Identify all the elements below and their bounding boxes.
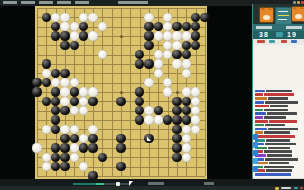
black-stone [88, 134, 97, 143]
game-record-area [253, 45, 304, 89]
chat-message [253, 173, 304, 177]
black-stone [144, 22, 153, 31]
white-stone [182, 125, 191, 134]
star-point [176, 91, 179, 94]
white-stone [163, 22, 172, 31]
black-player-avatar[interactable] [259, 7, 274, 23]
black-stone [60, 153, 69, 162]
black-stone [135, 97, 144, 106]
center-badge [276, 32, 283, 37]
black-stone [144, 59, 153, 68]
black-stone [79, 143, 88, 152]
black-stone [172, 115, 181, 124]
chat-text-segment [264, 109, 288, 112]
white-stone [88, 13, 97, 22]
black-stone [191, 41, 200, 50]
white-stone [51, 78, 60, 87]
chat-text-segment [270, 105, 288, 108]
black-stone [88, 143, 97, 152]
game-status-box [275, 7, 292, 25]
chat-tool-icons[interactable] [253, 134, 259, 176]
white-stone [79, 13, 88, 22]
black-stone [32, 87, 41, 96]
chat-text-segment [255, 120, 268, 123]
black-stone [51, 143, 60, 152]
white-stone [163, 78, 172, 87]
fox-ear-icon [300, 6, 304, 9]
black-stone [51, 106, 60, 115]
white-stone [60, 78, 69, 87]
black-stone [135, 115, 144, 124]
black-stone [51, 31, 60, 40]
white-stone [182, 143, 191, 152]
white-stone [163, 41, 172, 50]
white-stone [70, 31, 79, 40]
black-stone [116, 162, 125, 171]
taskbar-icon[interactable] [281, 187, 291, 189]
white-stone [60, 125, 69, 134]
chat-text-segment [266, 139, 290, 142]
black-score-value: 38 [259, 31, 269, 38]
white-stone [182, 134, 191, 143]
black-stone [172, 50, 181, 59]
white-stone [191, 125, 200, 134]
status-text [204, 182, 214, 185]
white-stone [98, 22, 107, 31]
black-stone [51, 97, 60, 106]
black-stone [51, 69, 60, 78]
white-stone [60, 13, 69, 22]
panel-tag-button[interactable] [269, 40, 275, 43]
chat-text-segment [268, 97, 288, 100]
black-stone [70, 134, 79, 143]
chat-text-segment [255, 135, 295, 138]
white-player-avatar[interactable] [291, 6, 304, 22]
chat-text-segment [255, 173, 291, 176]
white-stone [144, 78, 153, 87]
status-line [278, 11, 288, 12]
chat-text-segment [264, 116, 286, 119]
white-stone [182, 59, 191, 68]
black-stone [154, 22, 163, 31]
black-stone [172, 97, 181, 106]
menu-item[interactable] [75, 1, 89, 4]
white-stone [172, 41, 181, 50]
chat-text-segment [265, 158, 298, 161]
white-stone [172, 31, 181, 40]
black-stone [70, 41, 79, 50]
star-point [120, 91, 123, 94]
white-stone [70, 143, 79, 152]
white-stone [42, 162, 51, 171]
chat-text-segment [255, 105, 269, 108]
chat-text-segment [255, 97, 267, 100]
menu-item[interactable] [57, 1, 71, 4]
black-stone [51, 153, 60, 162]
white-stone [172, 59, 181, 68]
game-info-panel: 38 19 [252, 4, 304, 185]
black-stone [182, 50, 191, 59]
black-stone [172, 22, 181, 31]
black-stone [42, 59, 51, 68]
white-stone [154, 69, 163, 78]
white-stone [182, 87, 191, 96]
black-stone [60, 143, 69, 152]
white-stone [79, 87, 88, 96]
taskbar-icon[interactable] [294, 187, 298, 189]
chat-text-segment [255, 116, 263, 119]
black-stone [172, 153, 181, 162]
black-stone [51, 87, 60, 96]
white-stone [182, 69, 191, 78]
black-stone [163, 115, 172, 124]
bottom-taskbar [0, 186, 304, 190]
white-stone [70, 153, 79, 162]
black-stone [200, 13, 209, 22]
black-stone [51, 162, 60, 171]
tool-icon[interactable] [253, 142, 258, 148]
menu-item[interactable] [21, 1, 35, 4]
black-stone [191, 13, 200, 22]
chat-message-list[interactable] [253, 89, 304, 178]
score-timer-bar: 38 19 [253, 31, 304, 39]
white-stone [144, 13, 153, 22]
tool-icon[interactable] [253, 166, 258, 172]
white-stone [70, 22, 79, 31]
fox-ear-icon [293, 6, 297, 9]
black-stone [116, 97, 125, 106]
white-stone [88, 125, 97, 134]
black-player-name [256, 26, 272, 29]
black-stone [42, 13, 51, 22]
chat-text-segment [265, 124, 285, 127]
white-stone [144, 115, 153, 124]
black-stone [88, 97, 97, 106]
black-stone [172, 134, 181, 143]
chat-text-segment [269, 162, 289, 165]
white-stone [60, 87, 69, 96]
black-stone [60, 162, 69, 171]
black-stone [60, 31, 69, 40]
white-stone [42, 153, 51, 162]
black-stone [60, 69, 69, 78]
black-stone [42, 78, 51, 87]
fox-muzzle-icon [263, 15, 270, 20]
grid-line-v [130, 8, 131, 176]
panel-tag-button[interactable] [257, 40, 265, 43]
chat-text-segment [265, 101, 298, 104]
white-stone [51, 13, 60, 22]
panel-tag-button[interactable] [291, 40, 297, 43]
chat-text-segment [266, 90, 292, 93]
chat-text-segment [269, 120, 297, 123]
menu-item[interactable] [39, 1, 53, 4]
chat-text-segment [255, 109, 263, 112]
tool-icon[interactable] [253, 134, 258, 140]
black-stone [191, 22, 200, 31]
chat-text-segment [255, 101, 264, 104]
chat-text-segment [267, 154, 292, 157]
black-stone [182, 41, 191, 50]
white-stone [79, 162, 88, 171]
white-stone [79, 97, 88, 106]
black-stone [154, 106, 163, 115]
white-stone [98, 50, 107, 59]
black-stone [182, 106, 191, 115]
black-stone [116, 143, 125, 152]
black-stone [144, 41, 153, 50]
move-progress-slider[interactable] [73, 183, 130, 185]
black-stone [60, 41, 69, 50]
white-stone [88, 87, 97, 96]
white-stone [32, 143, 41, 152]
player-names-bar [253, 24, 304, 31]
menu-item[interactable] [3, 1, 17, 4]
white-stone [42, 125, 51, 134]
white-stone [154, 59, 163, 68]
black-stone [98, 153, 107, 162]
black-stone [116, 134, 125, 143]
white-stone [144, 106, 153, 115]
chat-text-segment [264, 166, 294, 169]
slider-highlight [96, 183, 104, 185]
black-stone [51, 125, 60, 134]
white-stone [70, 106, 79, 115]
white-player-name [286, 26, 302, 29]
chat-text-segment [268, 147, 290, 150]
status-line [278, 15, 289, 16]
white-stone [191, 106, 200, 115]
black-stone [144, 31, 153, 40]
white-stone [182, 31, 191, 40]
chat-text-segment [264, 131, 290, 134]
black-stone [42, 97, 51, 106]
black-stone [70, 97, 79, 106]
black-stone [135, 106, 144, 115]
chat-text-segment [267, 112, 297, 115]
menu-item[interactable] [118, 1, 148, 4]
black-stone [60, 134, 69, 143]
white-stone [163, 50, 172, 59]
white-stone [182, 153, 191, 162]
chat-text-segment [255, 124, 264, 127]
black-stone [182, 22, 191, 31]
fox-ear-icon [261, 7, 265, 10]
white-stone [79, 106, 88, 115]
chat-text-segment [264, 93, 294, 96]
tool-icon[interactable] [253, 158, 258, 164]
white-stone [163, 31, 172, 40]
black-stone [51, 22, 60, 31]
black-stone [135, 87, 144, 96]
fox-muzzle-icon [295, 14, 302, 19]
status-text [148, 182, 164, 185]
white-stone [60, 97, 69, 106]
black-stone [60, 106, 69, 115]
chat-text-segment [255, 93, 263, 96]
chat-text-segment [266, 169, 292, 172]
star-point [120, 35, 123, 38]
white-stone [154, 50, 163, 59]
chat-text-segment [265, 143, 296, 146]
grid-line-v [205, 8, 206, 176]
black-stone [51, 115, 60, 124]
black-stone [172, 106, 181, 115]
white-stone [191, 115, 200, 124]
chat-text-segment [255, 90, 265, 93]
go-board[interactable] [35, 6, 207, 179]
black-stone [172, 143, 181, 152]
taskbar-icon[interactable] [275, 187, 279, 190]
tool-icon[interactable] [253, 150, 258, 156]
white-stone [191, 87, 200, 96]
chat-text-segment [255, 128, 267, 131]
white-stone [154, 115, 163, 124]
black-stone [182, 97, 191, 106]
chat-text-segment [255, 112, 266, 115]
taskbar-icon[interactable] [300, 187, 303, 189]
white-stone [163, 13, 172, 22]
panel-tag-button[interactable] [281, 40, 287, 43]
chat-text-segment [264, 150, 292, 153]
black-stone [32, 78, 41, 87]
white-stone [42, 69, 51, 78]
chat-text-segment [268, 128, 298, 131]
last-move-marker-icon [147, 137, 151, 141]
white-stone [191, 97, 200, 106]
fox-go-client-window: 38 19 [0, 0, 304, 190]
white-score-value: 19 [287, 31, 297, 38]
black-stone [135, 50, 144, 59]
white-stone [70, 125, 79, 134]
white-stone [60, 22, 69, 31]
black-stone [172, 125, 181, 134]
status-line [278, 19, 287, 20]
board-grid[interactable] [37, 8, 205, 176]
white-stone [79, 134, 88, 143]
black-stone [182, 115, 191, 124]
fox-ear-icon [268, 7, 272, 10]
white-stone [88, 31, 97, 40]
status-bar [0, 179, 304, 186]
black-stone [191, 31, 200, 40]
black-stone [79, 22, 88, 31]
black-stone [70, 87, 79, 96]
white-stone [70, 78, 79, 87]
black-stone [79, 31, 88, 40]
white-stone [163, 87, 172, 96]
white-stone [154, 31, 163, 40]
black-stone [135, 59, 144, 68]
grid-line-h [37, 176, 205, 177]
